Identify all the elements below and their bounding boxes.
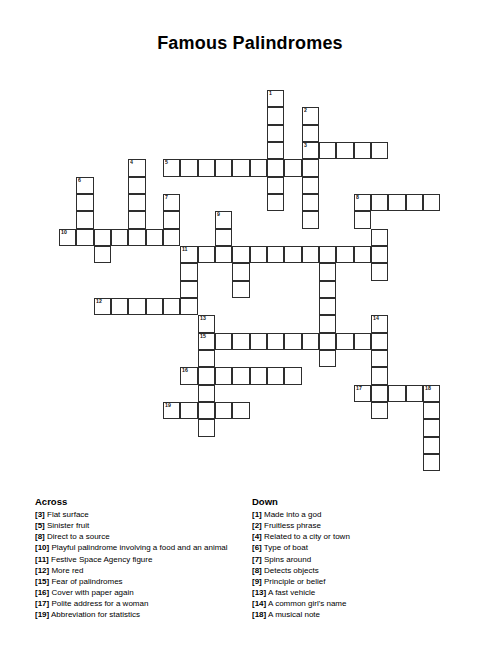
grid-cell[interactable]	[111, 298, 128, 315]
clue-number: 1	[269, 91, 272, 96]
grid-cell[interactable]	[267, 246, 284, 263]
grid-cell[interactable]	[354, 333, 371, 350]
grid-cell[interactable]	[302, 125, 319, 142]
across-header: Across	[35, 496, 250, 508]
across-clue-item: [17] Polite address for a woman	[35, 598, 250, 609]
grid-cell[interactable]	[198, 159, 215, 176]
clue-number: 5	[165, 160, 168, 165]
clue-number: 17	[356, 386, 362, 391]
grid-cell[interactable]	[319, 315, 336, 332]
grid-cell[interactable]	[388, 194, 405, 211]
clue-number: 13	[200, 316, 206, 321]
grid-cell[interactable]	[284, 246, 301, 263]
clue-number-label: [16]	[35, 588, 49, 597]
grid-cell[interactable]	[371, 194, 388, 211]
grid-cell[interactable]: 5	[163, 159, 180, 176]
grid-cell[interactable]	[128, 177, 145, 194]
grid-cell[interactable]	[232, 333, 249, 350]
grid-cell[interactable]	[267, 142, 284, 159]
clue-number-label: [4]	[252, 532, 262, 541]
grid-cell[interactable]: 17	[354, 385, 371, 402]
grid-cell[interactable]	[423, 437, 440, 454]
grid-cell[interactable]	[284, 367, 301, 384]
clue-number: 2	[304, 108, 307, 113]
grid-cell[interactable]: 7	[163, 194, 180, 211]
grid-cell[interactable]	[163, 298, 180, 315]
grid-cell[interactable]	[267, 194, 284, 211]
grid-cell[interactable]	[319, 246, 336, 263]
grid-cell[interactable]	[319, 142, 336, 159]
grid-cell[interactable]: 16	[180, 367, 197, 384]
clue-number: 11	[182, 247, 188, 252]
grid-cell[interactable]: 3	[302, 142, 319, 159]
grid-cell[interactable]	[267, 177, 284, 194]
clue-number-label: [8]	[35, 532, 45, 541]
grid-cell[interactable]	[406, 385, 423, 402]
grid-cell[interactable]	[267, 333, 284, 350]
grid-cell[interactable]	[163, 229, 180, 246]
grid-cell[interactable]	[76, 211, 93, 228]
grid-cell[interactable]	[267, 125, 284, 142]
down-clue-item: [6] Type of boat	[252, 542, 467, 553]
grid-cell[interactable]	[180, 263, 197, 280]
clue-number-label: [13]	[252, 588, 266, 597]
grid-cell[interactable]	[198, 385, 215, 402]
across-clue-item: [12] More red	[35, 565, 250, 576]
grid-cell[interactable]	[232, 159, 249, 176]
grid-cell[interactable]	[215, 246, 232, 263]
clue-number: 7	[165, 195, 168, 200]
grid-cell[interactable]: 8	[354, 194, 371, 211]
clue-number-label: [7]	[252, 555, 262, 564]
grid-cell[interactable]	[371, 367, 388, 384]
grid-cell[interactable]: 13	[198, 315, 215, 332]
grid-cell[interactable]	[232, 246, 249, 263]
grid-cell[interactable]	[284, 159, 301, 176]
grid-cell[interactable]	[302, 246, 319, 263]
down-clue-item: [1] Made into a god	[252, 509, 467, 520]
clue-number-label: [6]	[252, 543, 262, 552]
across-clue-item: [10] Playful palindrome involving a food…	[35, 542, 250, 553]
grid-cell[interactable]	[250, 367, 267, 384]
clue-number-label: [17]	[35, 599, 49, 608]
across-clues-section: Across [3] Flat surface[5] Sinister frui…	[35, 496, 250, 620]
grid-cell[interactable]	[319, 263, 336, 280]
clue-number: 3	[304, 143, 307, 148]
grid-cell[interactable]: 4	[128, 159, 145, 176]
grid-cell[interactable]	[319, 281, 336, 298]
grid-cell[interactable]	[198, 367, 215, 384]
grid-cell[interactable]	[94, 246, 111, 263]
down-clues-section: Down [1] Made into a god[2] Fruitless ph…	[252, 496, 467, 620]
grid-cell[interactable]: 12	[94, 298, 111, 315]
clue-number: 4	[130, 160, 133, 165]
grid-cell[interactable]	[76, 194, 93, 211]
grid-cell[interactable]	[94, 229, 111, 246]
clue-number-label: [2]	[252, 521, 262, 530]
across-clue-item: [11] Festive Space Agency figure	[35, 554, 250, 565]
down-clue-item: [4] Related to a city or town	[252, 531, 467, 542]
clue-number-label: [19]	[35, 610, 49, 619]
crossword-grid: 12345678910111213141516171819	[59, 90, 440, 471]
down-clue-item: [13] A fast vehicle	[252, 587, 467, 598]
grid-cell[interactable]	[128, 194, 145, 211]
grid-cell[interactable]: 2	[302, 107, 319, 124]
grid-cell[interactable]	[371, 385, 388, 402]
grid-cell[interactable]	[319, 298, 336, 315]
grid-cell[interactable]: 6	[76, 177, 93, 194]
grid-cell[interactable]	[267, 367, 284, 384]
clue-number-label: [8]	[252, 566, 262, 575]
grid-cell[interactable]	[388, 385, 405, 402]
grid-cell[interactable]: 1	[267, 90, 284, 107]
grid-cell[interactable]	[146, 229, 163, 246]
grid-cell[interactable]	[198, 246, 215, 263]
clue-number-label: [18]	[252, 610, 266, 619]
grid-cell[interactable]	[336, 333, 353, 350]
grid-cell[interactable]	[302, 159, 319, 176]
down-clue-item: [8] Detects objects	[252, 565, 467, 576]
down-header: Down	[252, 496, 467, 508]
grid-cell[interactable]	[232, 281, 249, 298]
grid-cell[interactable]	[267, 159, 284, 176]
clue-number: 6	[78, 178, 81, 183]
grid-cell[interactable]	[371, 333, 388, 350]
grid-cell[interactable]	[215, 229, 232, 246]
across-clue-item: [5] Sinister fruit	[35, 520, 250, 531]
grid-cell[interactable]: 11	[180, 246, 197, 263]
down-clue-item: [9] Principle or belief	[252, 576, 467, 587]
grid-cell[interactable]	[232, 367, 249, 384]
clue-number-label: [5]	[35, 521, 45, 530]
clue-number: 15	[200, 334, 206, 339]
grid-cell[interactable]	[232, 402, 249, 419]
grid-cell[interactable]	[354, 246, 371, 263]
across-clue-item: [15] Fear of palindromes	[35, 576, 250, 587]
grid-cell[interactable]	[180, 159, 197, 176]
grid-cell[interactable]	[128, 298, 145, 315]
clue-number-label: [10]	[35, 543, 49, 552]
across-clue-item: [8] Direct to a source	[35, 531, 250, 542]
grid-cell[interactable]	[423, 454, 440, 471]
grid-cell[interactable]	[302, 194, 319, 211]
clue-number-label: [15]	[35, 577, 49, 586]
grid-cell[interactable]	[250, 333, 267, 350]
grid-cell[interactable]	[354, 142, 371, 159]
grid-cell[interactable]	[198, 350, 215, 367]
grid-cell[interactable]	[371, 263, 388, 280]
grid-cell[interactable]	[111, 229, 128, 246]
across-clue-item: [19] Abbreviation for statistics	[35, 609, 250, 620]
grid-cell[interactable]	[76, 229, 93, 246]
grid-cell[interactable]	[336, 142, 353, 159]
grid-cell[interactable]	[250, 159, 267, 176]
clue-number: 10	[61, 230, 67, 235]
clue-number: 16	[182, 368, 188, 373]
clue-number: 14	[373, 316, 379, 321]
grid-cell[interactable]	[163, 211, 180, 228]
across-clue-list: [3] Flat surface[5] Sinister fruit[8] Di…	[35, 509, 250, 620]
grid-cell[interactable]	[319, 350, 336, 367]
grid-cell[interactable]: 18	[423, 385, 440, 402]
grid-cell[interactable]	[267, 107, 284, 124]
grid-cell[interactable]	[406, 194, 423, 211]
grid-cell[interactable]	[215, 402, 232, 419]
across-clue-item: [3] Flat surface	[35, 509, 250, 520]
grid-cell[interactable]: 10	[59, 229, 76, 246]
grid-cell[interactable]	[215, 159, 232, 176]
clue-number-label: [14]	[252, 599, 266, 608]
down-clue-item: [18] A musical note	[252, 609, 467, 620]
grid-cell[interactable]: 19	[163, 402, 180, 419]
grid-cell[interactable]	[250, 246, 267, 263]
clue-number-label: [3]	[35, 510, 45, 519]
grid-cell[interactable]	[198, 419, 215, 436]
grid-cell[interactable]	[371, 142, 388, 159]
across-clue-item: [16] Cover with paper again	[35, 587, 250, 598]
grid-cell[interactable]	[423, 402, 440, 419]
grid-cell[interactable]	[128, 229, 145, 246]
grid-cell[interactable]: 9	[215, 211, 232, 228]
clue-number-label: [12]	[35, 566, 49, 575]
clue-number: 9	[217, 212, 220, 217]
grid-cell[interactable]	[336, 246, 353, 263]
grid-cell[interactable]	[146, 298, 163, 315]
grid-cell[interactable]	[302, 211, 319, 228]
grid-cell[interactable]	[371, 402, 388, 419]
grid-cell[interactable]: 14	[371, 315, 388, 332]
grid-cell[interactable]	[180, 281, 197, 298]
clue-number: 8	[356, 195, 359, 200]
grid-cell[interactable]	[371, 350, 388, 367]
grid-cell[interactable]	[423, 194, 440, 211]
grid-cell[interactable]	[180, 402, 197, 419]
grid-cell[interactable]: 15	[198, 333, 215, 350]
down-clue-item: [2] Fruitless phrase	[252, 520, 467, 531]
clue-number-label: [9]	[252, 577, 262, 586]
down-clue-item: [7] Spins around	[252, 554, 467, 565]
grid-cell[interactable]	[180, 298, 197, 315]
grid-cell[interactable]	[198, 402, 215, 419]
grid-cell[interactable]	[371, 246, 388, 263]
clue-number-label: [1]	[252, 510, 262, 519]
clue-number: 18	[425, 386, 431, 391]
puzzle-title: Famous Palindromes	[0, 33, 500, 54]
grid-cell[interactable]	[232, 263, 249, 280]
clue-number: 12	[96, 299, 102, 304]
grid-cell[interactable]	[128, 211, 145, 228]
grid-cell[interactable]	[302, 177, 319, 194]
down-clue-item: [14] A common girl's name	[252, 598, 467, 609]
grid-cell[interactable]	[423, 419, 440, 436]
grid-cell[interactable]	[302, 333, 319, 350]
grid-cell[interactable]	[215, 333, 232, 350]
crossword-page: Famous Palindromes 123456789101112131415…	[0, 0, 500, 647]
grid-cell[interactable]	[284, 333, 301, 350]
grid-cell[interactable]	[371, 229, 388, 246]
down-clue-list: [1] Made into a god[2] Fruitless phrase[…	[252, 509, 467, 620]
grid-cell[interactable]	[319, 333, 336, 350]
grid-cell[interactable]	[215, 367, 232, 384]
clue-number-label: [11]	[35, 555, 49, 564]
clue-number: 19	[165, 403, 171, 408]
grid-cell[interactable]	[354, 211, 371, 228]
